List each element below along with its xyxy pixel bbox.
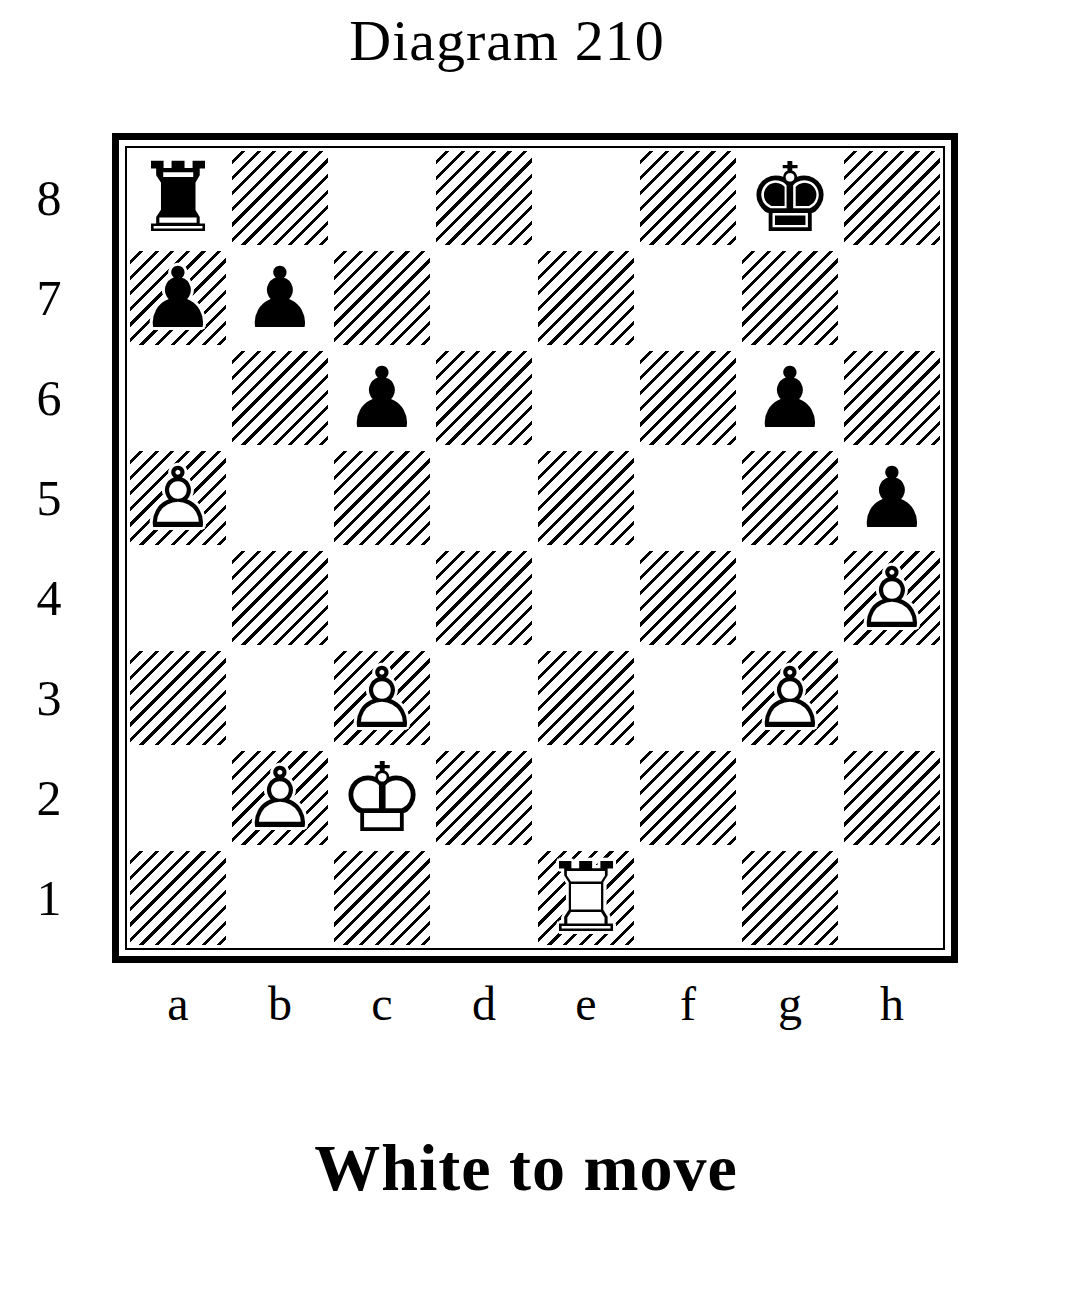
- file-label-e: e: [535, 972, 637, 1036]
- square-e6: [535, 348, 637, 448]
- square-c4: [331, 548, 433, 648]
- piece-bP-a7: ♟: [127, 248, 229, 348]
- piece-glyph-fill: ♚: [739, 148, 841, 248]
- square-g1: [739, 848, 841, 948]
- piece-glyph-outline: ♙: [229, 748, 331, 848]
- rank-label-7: 7: [14, 248, 84, 348]
- square-a2: [127, 748, 229, 848]
- piece-wP-h4: ♟♙: [841, 548, 943, 648]
- square-e2: [535, 748, 637, 848]
- chess-board-inner-border: ♜♚♟♟♟♟♟♙♟♟♙♟♙♟♙♟♙♚♔♜♖: [125, 146, 945, 950]
- square-b2: ♟♙: [229, 748, 331, 848]
- piece-glyph-outline: ♖: [535, 848, 637, 948]
- square-h4: ♟♙: [841, 548, 943, 648]
- square-h3: [841, 648, 943, 748]
- file-label-d: d: [433, 972, 535, 1036]
- piece-bK-g8: ♚: [739, 148, 841, 248]
- square-a1: [127, 848, 229, 948]
- piece-bP-g6: ♟: [739, 348, 841, 448]
- square-g6: ♟: [739, 348, 841, 448]
- square-g7: [739, 248, 841, 348]
- square-f8: [637, 148, 739, 248]
- rank-label-8: 8: [14, 148, 84, 248]
- piece-glyph-fill: ♟: [739, 348, 841, 448]
- square-g2: [739, 748, 841, 848]
- square-f2: [637, 748, 739, 848]
- square-e5: [535, 448, 637, 548]
- square-d2: [433, 748, 535, 848]
- rank-label-2: 2: [14, 748, 84, 848]
- square-d8: [433, 148, 535, 248]
- file-label-b: b: [229, 972, 331, 1036]
- square-b4: [229, 548, 331, 648]
- square-a7: ♟: [127, 248, 229, 348]
- square-g8: ♚: [739, 148, 841, 248]
- square-b1: [229, 848, 331, 948]
- square-a8: ♜: [127, 148, 229, 248]
- square-a5: ♟♙: [127, 448, 229, 548]
- piece-glyph-outline: ♙: [841, 548, 943, 648]
- piece-glyph-fill: ♟: [127, 248, 229, 348]
- square-c8: [331, 148, 433, 248]
- piece-wP-b2: ♟♙: [229, 748, 331, 848]
- square-c7: [331, 248, 433, 348]
- rank-label-1: 1: [14, 848, 84, 948]
- side-to-move-caption: White to move: [0, 1128, 1052, 1208]
- square-f6: [637, 348, 739, 448]
- piece-wP-g3: ♟♙: [739, 648, 841, 748]
- square-g5: [739, 448, 841, 548]
- file-labels: abcdefgh: [127, 972, 943, 1036]
- square-f1: [637, 848, 739, 948]
- square-e1: ♜♖: [535, 848, 637, 948]
- rank-label-4: 4: [14, 548, 84, 648]
- square-e7: [535, 248, 637, 348]
- piece-wR-e1: ♜♖: [535, 848, 637, 948]
- file-label-c: c: [331, 972, 433, 1036]
- piece-glyph-fill: ♟: [229, 248, 331, 348]
- piece-wK-c2: ♚♔: [331, 748, 433, 848]
- square-a6: [127, 348, 229, 448]
- square-h7: [841, 248, 943, 348]
- square-e8: [535, 148, 637, 248]
- square-d4: [433, 548, 535, 648]
- square-g4: [739, 548, 841, 648]
- square-b3: [229, 648, 331, 748]
- square-e3: [535, 648, 637, 748]
- square-c6: ♟: [331, 348, 433, 448]
- square-f5: [637, 448, 739, 548]
- chess-board: ♜♚♟♟♟♟♟♙♟♟♙♟♙♟♙♟♙♚♔♜♖: [127, 148, 943, 948]
- square-g3: ♟♙: [739, 648, 841, 748]
- square-d1: [433, 848, 535, 948]
- file-label-g: g: [739, 972, 841, 1036]
- square-b8: [229, 148, 331, 248]
- square-h5: ♟: [841, 448, 943, 548]
- square-b5: [229, 448, 331, 548]
- file-label-a: a: [127, 972, 229, 1036]
- piece-glyph-fill: ♟: [841, 448, 943, 548]
- piece-bP-h5: ♟: [841, 448, 943, 548]
- square-h1: [841, 848, 943, 948]
- square-d7: [433, 248, 535, 348]
- rank-label-3: 3: [14, 648, 84, 748]
- square-c3: ♟♙: [331, 648, 433, 748]
- square-d3: [433, 648, 535, 748]
- piece-glyph-outline: ♔: [331, 748, 433, 848]
- piece-glyph-outline: ♙: [739, 648, 841, 748]
- chess-board-frame: ♜♚♟♟♟♟♟♙♟♟♙♟♙♟♙♟♙♚♔♜♖: [112, 133, 958, 963]
- square-f3: [637, 648, 739, 748]
- piece-bP-b7: ♟: [229, 248, 331, 348]
- rank-labels: 87654321: [14, 148, 84, 948]
- piece-wP-a5: ♟♙: [127, 448, 229, 548]
- square-e4: [535, 548, 637, 648]
- square-b7: ♟: [229, 248, 331, 348]
- square-f7: [637, 248, 739, 348]
- square-c5: [331, 448, 433, 548]
- square-f4: [637, 548, 739, 648]
- file-label-f: f: [637, 972, 739, 1036]
- rank-label-6: 6: [14, 348, 84, 448]
- diagram-title: Diagram 210: [0, 6, 1014, 76]
- piece-glyph-fill: ♜: [127, 148, 229, 248]
- square-h2: [841, 748, 943, 848]
- square-d6: [433, 348, 535, 448]
- book-page: Diagram 210 87654321 ♜♚♟♟♟♟♟♙♟♟♙♟♙♟♙♟♙♚♔…: [0, 0, 1080, 1302]
- square-c2: ♚♔: [331, 748, 433, 848]
- square-h6: [841, 348, 943, 448]
- piece-glyph-outline: ♙: [331, 648, 433, 748]
- square-a3: [127, 648, 229, 748]
- square-d5: [433, 448, 535, 548]
- square-h8: [841, 148, 943, 248]
- piece-bR-a8: ♜: [127, 148, 229, 248]
- square-a4: [127, 548, 229, 648]
- piece-glyph-fill: ♟: [331, 348, 433, 448]
- rank-label-5: 5: [14, 448, 84, 548]
- square-c1: [331, 848, 433, 948]
- file-label-h: h: [841, 972, 943, 1036]
- piece-bP-c6: ♟: [331, 348, 433, 448]
- piece-wP-c3: ♟♙: [331, 648, 433, 748]
- piece-glyph-outline: ♙: [127, 448, 229, 548]
- square-b6: [229, 348, 331, 448]
